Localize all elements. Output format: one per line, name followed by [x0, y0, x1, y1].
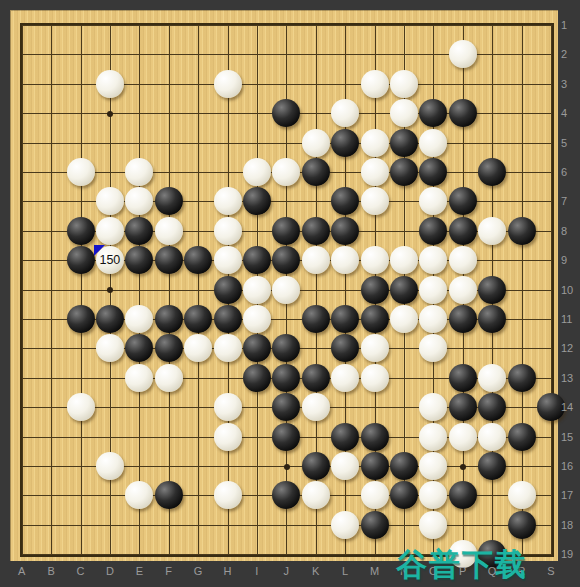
- stone-black-N10: [390, 276, 418, 304]
- stone-black-H10: [214, 276, 242, 304]
- stone-black-G11: [184, 305, 212, 333]
- column-label-G: G: [190, 564, 206, 578]
- stone-black-L15: [331, 423, 359, 451]
- column-label-A: A: [14, 564, 30, 578]
- column-label-M: M: [367, 564, 383, 578]
- row-label-18: 18: [561, 518, 579, 532]
- column-label-F: F: [161, 564, 177, 578]
- stone-black-K8: [302, 217, 330, 245]
- stone-black-P14: [449, 393, 477, 421]
- row-label-12: 12: [561, 341, 579, 355]
- stone-black-K11: [302, 305, 330, 333]
- column-label-C: C: [73, 564, 89, 578]
- stone-white-P9: [449, 246, 477, 274]
- stone-white-D3: [96, 70, 124, 98]
- stone-white-M9: [361, 246, 389, 274]
- column-label-D: D: [102, 564, 118, 578]
- stone-white-C6: [67, 158, 95, 186]
- stone-white-Q15: [478, 423, 506, 451]
- stone-black-Q16: [478, 452, 506, 480]
- go-app-frame: 150 ABCDEFGHIJKLMNOPQRS12345678910111213…: [0, 0, 580, 587]
- row-label-1: 1: [561, 18, 579, 32]
- stone-white-R17: [508, 481, 536, 509]
- stone-black-K6: [302, 158, 330, 186]
- stone-black-L11: [331, 305, 359, 333]
- row-label-4: 4: [561, 106, 579, 120]
- stone-black-P8: [449, 217, 477, 245]
- stone-black-J8: [272, 217, 300, 245]
- stone-black-J15: [272, 423, 300, 451]
- stone-black-P17: [449, 481, 477, 509]
- stone-black-Q6: [478, 158, 506, 186]
- stone-white-P2: [449, 40, 477, 68]
- stone-black-J13: [272, 364, 300, 392]
- stone-black-K13: [302, 364, 330, 392]
- stone-black-I13: [243, 364, 271, 392]
- stone-black-F12: [155, 334, 183, 362]
- row-label-8: 8: [561, 224, 579, 238]
- stone-white-H17: [214, 481, 242, 509]
- column-label-S: S: [543, 564, 559, 578]
- stone-black-M11: [361, 305, 389, 333]
- stone-black-C9: [67, 246, 95, 274]
- stone-white-D8: [96, 217, 124, 245]
- stone-white-N3: [390, 70, 418, 98]
- stone-white-O18: [419, 511, 447, 539]
- stone-black-I9: [243, 246, 271, 274]
- stone-black-H11: [214, 305, 242, 333]
- stone-black-R15: [508, 423, 536, 451]
- stone-white-C14: [67, 393, 95, 421]
- stone-white-H14: [214, 393, 242, 421]
- row-label-6: 6: [561, 165, 579, 179]
- column-label-L: L: [337, 564, 353, 578]
- stone-white-Q8: [478, 217, 506, 245]
- row-label-16: 16: [561, 459, 579, 473]
- stone-white-H3: [214, 70, 242, 98]
- stone-black-R13: [508, 364, 536, 392]
- stone-white-D16: [96, 452, 124, 480]
- stone-black-N16: [390, 452, 418, 480]
- stone-white-O15: [419, 423, 447, 451]
- stone-black-F9: [155, 246, 183, 274]
- stone-black-E8: [125, 217, 153, 245]
- stone-white-N9: [390, 246, 418, 274]
- stone-black-C8: [67, 217, 95, 245]
- stone-white-I6: [243, 158, 271, 186]
- stone-black-K16: [302, 452, 330, 480]
- stone-black-R18: [508, 511, 536, 539]
- row-label-14: 14: [561, 400, 579, 414]
- column-label-B: B: [43, 564, 59, 578]
- stone-black-P13: [449, 364, 477, 392]
- stone-white-F8: [155, 217, 183, 245]
- stone-white-E13: [125, 364, 153, 392]
- stone-white-M3: [361, 70, 389, 98]
- column-label-K: K: [308, 564, 324, 578]
- column-label-J: J: [278, 564, 294, 578]
- stone-white-J10: [272, 276, 300, 304]
- stone-black-P7: [449, 187, 477, 215]
- stone-black-P4: [449, 99, 477, 127]
- stone-black-D11: [96, 305, 124, 333]
- row-label-17: 17: [561, 488, 579, 502]
- row-label-15: 15: [561, 430, 579, 444]
- move-number: 150: [96, 246, 124, 274]
- stone-white-L18: [331, 511, 359, 539]
- stone-white-H7: [214, 187, 242, 215]
- stone-white-O10: [419, 276, 447, 304]
- stone-black-P11: [449, 305, 477, 333]
- row-label-10: 10: [561, 283, 579, 297]
- stone-black-M16: [361, 452, 389, 480]
- row-label-7: 7: [561, 194, 579, 208]
- stone-white-L13: [331, 364, 359, 392]
- stone-white-M7: [361, 187, 389, 215]
- watermark-text: 谷普下载: [396, 544, 528, 586]
- stone-black-Q11: [478, 305, 506, 333]
- stone-black-L8: [331, 217, 359, 245]
- stone-white-M17: [361, 481, 389, 509]
- stone-white-K9: [302, 246, 330, 274]
- stone-black-N5: [390, 129, 418, 157]
- stone-black-N6: [390, 158, 418, 186]
- stone-black-F7: [155, 187, 183, 215]
- stone-white-H8: [214, 217, 242, 245]
- star-point-P16: [460, 464, 466, 470]
- stone-black-M10: [361, 276, 389, 304]
- stone-white-M6: [361, 158, 389, 186]
- stone-white-K5: [302, 129, 330, 157]
- stone-white-K17: [302, 481, 330, 509]
- star-point-J16: [284, 464, 290, 470]
- row-label-3: 3: [561, 77, 579, 91]
- stone-black-Q10: [478, 276, 506, 304]
- row-label-13: 13: [561, 371, 579, 385]
- stone-white-L16: [331, 452, 359, 480]
- row-label-5: 5: [561, 136, 579, 150]
- stone-black-M18: [361, 511, 389, 539]
- stone-white-D9: 150: [96, 246, 124, 274]
- stone-white-F13: [155, 364, 183, 392]
- stone-white-M13: [361, 364, 389, 392]
- stone-black-M15: [361, 423, 389, 451]
- column-label-I: I: [249, 564, 265, 578]
- stone-white-P10: [449, 276, 477, 304]
- stone-white-N4: [390, 99, 418, 127]
- stone-white-Q13: [478, 364, 506, 392]
- stone-black-C11: [67, 305, 95, 333]
- row-label-19: 19: [561, 547, 579, 561]
- stone-white-H12: [214, 334, 242, 362]
- stone-black-O8: [419, 217, 447, 245]
- stone-black-L5: [331, 129, 359, 157]
- stone-white-O5: [419, 129, 447, 157]
- stone-white-I11: [243, 305, 271, 333]
- stone-black-R8: [508, 217, 536, 245]
- stone-white-I10: [243, 276, 271, 304]
- stone-white-M12: [361, 334, 389, 362]
- row-label-2: 2: [561, 47, 579, 61]
- column-label-H: H: [220, 564, 236, 578]
- stone-white-N11: [390, 305, 418, 333]
- stone-white-P15: [449, 423, 477, 451]
- column-label-E: E: [131, 564, 147, 578]
- stone-black-F11: [155, 305, 183, 333]
- stone-black-F17: [155, 481, 183, 509]
- row-label-9: 9: [561, 253, 579, 267]
- stone-white-H15: [214, 423, 242, 451]
- row-label-11: 11: [561, 312, 579, 326]
- stone-white-H9: [214, 246, 242, 274]
- stone-white-K14: [302, 393, 330, 421]
- stone-white-M5: [361, 129, 389, 157]
